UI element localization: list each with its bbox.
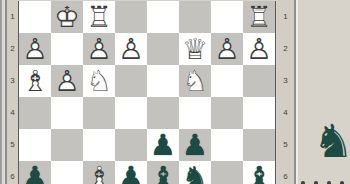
- board-square[interactable]: [147, 1, 179, 33]
- board-square[interactable]: [19, 1, 51, 33]
- cropped-captured-piece-top: [340, 181, 344, 184]
- board-square[interactable]: ♟♙: [83, 33, 115, 65]
- board-square[interactable]: ♟♙: [115, 33, 147, 65]
- black-pawn: ♟: [147, 129, 179, 161]
- rank-label: 2: [277, 33, 294, 65]
- black-pawn: ♟: [115, 161, 147, 184]
- board-square[interactable]: ♞: [179, 161, 211, 184]
- chess-board: ♚♔♜♖♜♖♟♙♟♙♟♙♛♕♟♙♟♙♝♗♟♙♞♘♞♘♟♟♟♝♗♟♝♞♝: [18, 1, 276, 184]
- rank-label: 3: [277, 65, 294, 97]
- board-square[interactable]: [51, 33, 83, 65]
- rank-label: 1: [277, 1, 294, 33]
- black-pawn: ♟: [179, 129, 211, 161]
- board-square[interactable]: ♟: [19, 161, 51, 184]
- white-king: ♚♔: [51, 1, 83, 33]
- board-square[interactable]: [211, 65, 243, 97]
- board-square[interactable]: [243, 65, 275, 97]
- white-pawn: ♟♙: [115, 33, 147, 65]
- board-square[interactable]: ♞♘: [179, 65, 211, 97]
- white-pawn: ♟♙: [211, 33, 243, 65]
- board-square[interactable]: ♝: [147, 161, 179, 184]
- board-square[interactable]: [211, 161, 243, 184]
- rank-label: 4: [7, 97, 18, 129]
- black-knight: ♞: [179, 161, 211, 184]
- board-square[interactable]: ♟♙: [243, 33, 275, 65]
- white-queen: ♛♕: [179, 33, 211, 65]
- cropped-captured-piece-top: [327, 181, 331, 184]
- white-rook: ♜♖: [243, 1, 275, 33]
- board-square[interactable]: ♟♙: [211, 33, 243, 65]
- rank-label: 6: [277, 161, 294, 184]
- board-square[interactable]: ♟: [179, 129, 211, 161]
- board-square[interactable]: ♚♔: [51, 1, 83, 33]
- rank-label: 4: [277, 97, 294, 129]
- cropped-captured-piece-top: [314, 181, 318, 184]
- board-square[interactable]: [211, 129, 243, 161]
- board-square[interactable]: [83, 97, 115, 129]
- board-square[interactable]: [211, 97, 243, 129]
- board-square[interactable]: [51, 97, 83, 129]
- rank-label: 1: [7, 1, 18, 33]
- board-square[interactable]: ♟: [115, 161, 147, 184]
- board-square[interactable]: [115, 97, 147, 129]
- white-bishop: ♝♗: [83, 161, 115, 184]
- white-pawn: ♟♙: [51, 65, 83, 97]
- board-square[interactable]: [179, 1, 211, 33]
- board-square[interactable]: [243, 129, 275, 161]
- black-bishop: ♝: [147, 161, 179, 184]
- board-square[interactable]: [19, 129, 51, 161]
- board-square[interactable]: [115, 129, 147, 161]
- white-bishop: ♝♗: [19, 65, 51, 97]
- chess-app-window: 123456 ♚♔♜♖♜♖♟♙♟♙♟♙♛♕♟♙♟♙♝♗♟♙♞♘♞♘♟♟♟♝♗♟♝…: [0, 0, 350, 184]
- rank-label: 6: [7, 161, 18, 184]
- board-square[interactable]: [51, 129, 83, 161]
- board-square[interactable]: ♟: [147, 129, 179, 161]
- rank-labels-right: 123456: [277, 0, 294, 184]
- rank-label: 5: [7, 129, 18, 161]
- captured-black-knight-icon: ♞: [313, 119, 350, 163]
- board-square[interactable]: ♝♗: [83, 161, 115, 184]
- board-square[interactable]: [51, 161, 83, 184]
- board-square[interactable]: ♟♙: [19, 33, 51, 65]
- white-pawn: ♟♙: [83, 33, 115, 65]
- rank-label: 3: [7, 65, 18, 97]
- cropped-captured-piece-top: [301, 181, 305, 184]
- board-square[interactable]: [147, 97, 179, 129]
- rank-label: 5: [277, 129, 294, 161]
- white-pawn: ♟♙: [19, 33, 51, 65]
- white-pawn: ♟♙: [243, 33, 275, 65]
- board-square[interactable]: ♜♖: [243, 1, 275, 33]
- rank-labels-left: 123456: [7, 0, 18, 184]
- board-square[interactable]: ♝♗: [19, 65, 51, 97]
- board-square[interactable]: ♞♘: [83, 65, 115, 97]
- board-square[interactable]: ♝: [243, 161, 275, 184]
- board-square[interactable]: [147, 65, 179, 97]
- board-square[interactable]: [115, 1, 147, 33]
- board-square[interactable]: ♛♕: [179, 33, 211, 65]
- white-rook: ♜♖: [83, 1, 115, 33]
- white-knight: ♞♘: [179, 65, 211, 97]
- white-knight: ♞♘: [83, 65, 115, 97]
- board-square[interactable]: ♟♙: [51, 65, 83, 97]
- black-pawn: ♟: [19, 161, 51, 184]
- board-square[interactable]: [115, 65, 147, 97]
- board-square[interactable]: ♜♖: [83, 1, 115, 33]
- rank-label: 2: [7, 33, 18, 65]
- board-square[interactable]: [243, 97, 275, 129]
- board-square[interactable]: [147, 33, 179, 65]
- black-bishop: ♝: [243, 161, 275, 184]
- board-square[interactable]: [179, 97, 211, 129]
- board-square[interactable]: [83, 129, 115, 161]
- board-square[interactable]: [211, 1, 243, 33]
- board-square[interactable]: [19, 97, 51, 129]
